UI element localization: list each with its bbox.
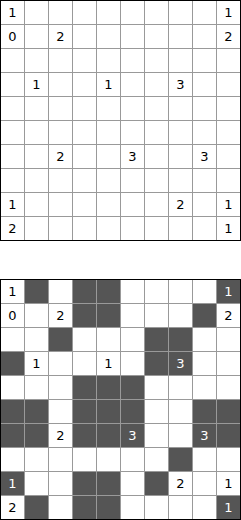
cell-r1c9[interactable]: 2 — [217, 25, 240, 49]
cell-r8c0[interactable]: 1 — [1, 193, 25, 217]
cell-r6c2[interactable]: 2 — [49, 145, 73, 169]
cell-r7c7[interactable] — [169, 169, 193, 193]
cell-r7c6[interactable] — [145, 448, 169, 472]
cell-r2c5[interactable] — [121, 328, 145, 352]
cell-r1c2[interactable]: 2 — [49, 304, 73, 328]
cell-r4c2[interactable] — [49, 376, 73, 400]
cell-r9c0[interactable]: 2 — [1, 496, 25, 519]
cell-r6c5[interactable]: 3 — [121, 424, 145, 448]
cell-r6c7[interactable] — [169, 145, 193, 169]
cell-r0c8[interactable] — [193, 280, 217, 304]
cell-r0c0[interactable]: 1 — [1, 1, 25, 25]
cell-r8c0[interactable]: 1 — [1, 472, 25, 496]
cell-r9c7[interactable] — [169, 217, 193, 240]
cell-r3c3[interactable] — [73, 73, 97, 97]
cell-r4c0[interactable] — [1, 376, 25, 400]
cell-r7c9[interactable] — [217, 169, 240, 193]
cell-r4c5[interactable] — [121, 376, 145, 400]
cell-r9c8[interactable] — [193, 217, 217, 240]
cell-r9c6[interactable] — [145, 217, 169, 240]
cell-r6c4[interactable] — [97, 145, 121, 169]
cell-r8c6[interactable] — [145, 472, 169, 496]
cell-r6c6[interactable] — [145, 424, 169, 448]
cell-r5c0[interactable] — [1, 400, 25, 424]
cell-r4c9[interactable] — [217, 376, 240, 400]
cell-r3c2[interactable] — [49, 352, 73, 376]
cell-r2c1[interactable] — [25, 49, 49, 73]
cell-r5c7[interactable] — [169, 400, 193, 424]
cell-r4c1[interactable] — [25, 97, 49, 121]
cell-r1c6[interactable] — [145, 304, 169, 328]
cell-r5c8[interactable] — [193, 400, 217, 424]
cell-r6c5[interactable]: 3 — [121, 145, 145, 169]
cell-r7c2[interactable] — [49, 448, 73, 472]
cell-r2c9[interactable] — [217, 49, 240, 73]
cell-r1c0[interactable]: 0 — [1, 304, 25, 328]
cell-r0c5[interactable] — [121, 1, 145, 25]
cell-r1c7[interactable] — [169, 25, 193, 49]
cell-r6c1[interactable] — [25, 145, 49, 169]
cell-r4c4[interactable] — [97, 97, 121, 121]
cell-r2c3[interactable] — [73, 49, 97, 73]
cell-r3c4[interactable]: 1 — [97, 73, 121, 97]
cell-r5c8[interactable] — [193, 121, 217, 145]
cell-r6c0[interactable] — [1, 424, 25, 448]
cell-r0c1[interactable] — [25, 1, 49, 25]
cell-r3c1[interactable]: 1 — [25, 352, 49, 376]
cell-r7c6[interactable] — [145, 169, 169, 193]
cell-r6c8[interactable]: 3 — [193, 145, 217, 169]
cell-r0c7[interactable] — [169, 280, 193, 304]
cell-r3c1[interactable]: 1 — [25, 73, 49, 97]
cell-r6c7[interactable] — [169, 424, 193, 448]
cell-r8c9[interactable]: 1 — [217, 193, 240, 217]
cell-r1c9[interactable]: 2 — [217, 304, 240, 328]
cell-r6c6[interactable] — [145, 145, 169, 169]
cell-r4c6[interactable] — [145, 97, 169, 121]
cell-r9c3[interactable] — [73, 217, 97, 240]
cell-r8c5[interactable] — [121, 472, 145, 496]
cell-r5c0[interactable] — [1, 121, 25, 145]
cell-r4c6[interactable] — [145, 376, 169, 400]
cell-r9c1[interactable] — [25, 217, 49, 240]
cell-r9c5[interactable] — [121, 217, 145, 240]
cell-r0c2[interactable] — [49, 1, 73, 25]
cell-r4c7[interactable] — [169, 376, 193, 400]
cell-r3c4[interactable]: 1 — [97, 352, 121, 376]
cell-r8c1[interactable] — [25, 193, 49, 217]
cell-r3c9[interactable] — [217, 352, 240, 376]
cell-r4c4[interactable] — [97, 376, 121, 400]
cell-r3c5[interactable] — [121, 352, 145, 376]
cell-r4c8[interactable] — [193, 376, 217, 400]
cell-r3c8[interactable] — [193, 73, 217, 97]
cell-r1c8[interactable] — [193, 25, 217, 49]
cell-r9c4[interactable] — [97, 217, 121, 240]
cell-r9c9[interactable]: 1 — [217, 217, 240, 240]
cell-r0c4[interactable] — [97, 1, 121, 25]
cell-r3c5[interactable] — [121, 73, 145, 97]
cell-r3c3[interactable] — [73, 352, 97, 376]
puzzle-page: 1102211323312121 1102211323312121 — [0, 0, 241, 520]
cell-r0c2[interactable] — [49, 280, 73, 304]
cell-r5c4[interactable] — [97, 400, 121, 424]
cell-r0c0[interactable]: 1 — [1, 280, 25, 304]
cell-r8c1[interactable] — [25, 472, 49, 496]
cell-r0c7[interactable] — [169, 1, 193, 25]
cell-r6c9[interactable] — [217, 424, 240, 448]
cell-r8c3[interactable] — [73, 193, 97, 217]
cell-r9c8[interactable] — [193, 496, 217, 519]
cell-r4c3[interactable] — [73, 376, 97, 400]
cell-r2c3[interactable] — [73, 328, 97, 352]
cell-r9c2[interactable] — [49, 217, 73, 240]
cell-r7c5[interactable] — [121, 448, 145, 472]
cell-r0c9[interactable]: 1 — [217, 1, 240, 25]
cell-r5c3[interactable] — [73, 121, 97, 145]
cell-r1c0[interactable]: 0 — [1, 25, 25, 49]
cell-r2c0[interactable] — [1, 328, 25, 352]
cell-r3c6[interactable] — [145, 73, 169, 97]
cell-r8c3[interactable] — [73, 472, 97, 496]
puzzle-board-solution: 1102211323312121 — [0, 279, 241, 520]
cell-r3c7[interactable]: 3 — [169, 352, 193, 376]
cell-r1c6[interactable] — [145, 25, 169, 49]
cell-r2c2[interactable] — [49, 49, 73, 73]
cell-r0c1[interactable] — [25, 280, 49, 304]
cell-r5c5[interactable] — [121, 121, 145, 145]
cell-r1c4[interactable] — [97, 304, 121, 328]
cell-r2c4[interactable] — [97, 328, 121, 352]
cell-r8c4[interactable] — [97, 472, 121, 496]
cell-r3c2[interactable] — [49, 73, 73, 97]
cell-r8c8[interactable] — [193, 472, 217, 496]
cell-r3c0[interactable] — [1, 73, 25, 97]
cell-r2c9[interactable] — [217, 328, 240, 352]
cell-r5c1[interactable] — [25, 400, 49, 424]
cell-r2c6[interactable] — [145, 328, 169, 352]
cell-r0c5[interactable] — [121, 280, 145, 304]
cell-r0c6[interactable] — [145, 1, 169, 25]
cell-r4c2[interactable] — [49, 97, 73, 121]
cell-r7c2[interactable] — [49, 169, 73, 193]
cell-r4c3[interactable] — [73, 97, 97, 121]
cell-r5c5[interactable] — [121, 400, 145, 424]
cell-r3c9[interactable] — [217, 73, 240, 97]
cell-r3c7[interactable]: 3 — [169, 73, 193, 97]
cell-r7c9[interactable] — [217, 448, 240, 472]
cell-r3c8[interactable] — [193, 352, 217, 376]
cell-r1c5[interactable] — [121, 304, 145, 328]
cell-r2c7[interactable] — [169, 49, 193, 73]
cell-r5c6[interactable] — [145, 121, 169, 145]
cell-r0c6[interactable] — [145, 280, 169, 304]
cell-r9c6[interactable] — [145, 496, 169, 519]
cell-r6c3[interactable] — [73, 424, 97, 448]
cell-r2c7[interactable] — [169, 328, 193, 352]
cell-r1c7[interactable] — [169, 304, 193, 328]
cell-r4c5[interactable] — [121, 97, 145, 121]
cell-r7c5[interactable] — [121, 169, 145, 193]
cell-r8c9[interactable]: 1 — [217, 472, 240, 496]
cell-r8c2[interactable] — [49, 193, 73, 217]
cell-r4c0[interactable] — [1, 97, 25, 121]
cell-r8c4[interactable] — [97, 193, 121, 217]
cell-r5c2[interactable] — [49, 400, 73, 424]
cell-r5c3[interactable] — [73, 400, 97, 424]
cell-r0c8[interactable] — [193, 1, 217, 25]
cell-r2c1[interactable] — [25, 328, 49, 352]
cell-r9c2[interactable] — [49, 496, 73, 519]
cell-r7c1[interactable] — [25, 169, 49, 193]
cell-r3c0[interactable] — [1, 352, 25, 376]
cell-r0c3[interactable] — [73, 1, 97, 25]
cell-r1c1[interactable] — [25, 25, 49, 49]
cell-r5c2[interactable] — [49, 121, 73, 145]
cell-r7c8[interactable] — [193, 169, 217, 193]
cell-r0c9[interactable]: 1 — [217, 280, 240, 304]
cell-r0c3[interactable] — [73, 280, 97, 304]
cell-r9c3[interactable] — [73, 496, 97, 519]
cell-r7c7[interactable] — [169, 448, 193, 472]
cell-r6c9[interactable] — [217, 145, 240, 169]
cell-r1c5[interactable] — [121, 25, 145, 49]
cell-r2c5[interactable] — [121, 49, 145, 73]
cell-r8c5[interactable] — [121, 193, 145, 217]
cell-r7c3[interactable] — [73, 448, 97, 472]
cell-r5c4[interactable] — [97, 121, 121, 145]
cell-r7c4[interactable] — [97, 169, 121, 193]
cell-r2c4[interactable] — [97, 49, 121, 73]
cell-r2c8[interactable] — [193, 328, 217, 352]
cell-r4c7[interactable] — [169, 97, 193, 121]
cell-r1c8[interactable] — [193, 304, 217, 328]
cell-r7c4[interactable] — [97, 448, 121, 472]
cell-r7c1[interactable] — [25, 448, 49, 472]
cell-r9c0[interactable]: 2 — [1, 217, 25, 240]
cell-r3c6[interactable] — [145, 352, 169, 376]
cell-r6c1[interactable] — [25, 424, 49, 448]
cell-r6c0[interactable] — [1, 145, 25, 169]
cell-r8c7[interactable]: 2 — [169, 472, 193, 496]
cell-r5c9[interactable] — [217, 400, 240, 424]
cell-r8c7[interactable]: 2 — [169, 193, 193, 217]
cell-r2c8[interactable] — [193, 49, 217, 73]
cell-r8c2[interactable] — [49, 472, 73, 496]
cell-r1c4[interactable] — [97, 25, 121, 49]
cell-r9c5[interactable] — [121, 496, 145, 519]
cell-r0c4[interactable] — [97, 280, 121, 304]
cell-r4c8[interactable] — [193, 97, 217, 121]
cell-r1c3[interactable] — [73, 304, 97, 328]
cell-r1c2[interactable]: 2 — [49, 25, 73, 49]
cell-r9c1[interactable] — [25, 496, 49, 519]
cell-r2c6[interactable] — [145, 49, 169, 73]
cell-r6c3[interactable] — [73, 145, 97, 169]
cell-r5c9[interactable] — [217, 121, 240, 145]
cell-r1c1[interactable] — [25, 304, 49, 328]
cell-r4c9[interactable] — [217, 97, 240, 121]
cell-r5c7[interactable] — [169, 121, 193, 145]
cell-r8c8[interactable] — [193, 193, 217, 217]
cell-r2c0[interactable] — [1, 49, 25, 73]
cell-r7c0[interactable] — [1, 448, 25, 472]
puzzle-board-clues: 1102211323312121 — [0, 0, 241, 241]
cell-r1c3[interactable] — [73, 25, 97, 49]
cell-r4c1[interactable] — [25, 376, 49, 400]
cell-r5c6[interactable] — [145, 400, 169, 424]
cell-r6c8[interactable]: 3 — [193, 424, 217, 448]
cell-r2c2[interactable] — [49, 328, 73, 352]
cell-r9c4[interactable] — [97, 496, 121, 519]
cell-r7c8[interactable] — [193, 448, 217, 472]
cell-r9c9[interactable]: 1 — [217, 496, 240, 519]
cell-r7c0[interactable] — [1, 169, 25, 193]
cell-r9c7[interactable] — [169, 496, 193, 519]
cell-r5c1[interactable] — [25, 121, 49, 145]
boards-gap — [0, 241, 241, 279]
cell-r8c6[interactable] — [145, 193, 169, 217]
cell-r6c4[interactable] — [97, 424, 121, 448]
cell-r6c2[interactable]: 2 — [49, 424, 73, 448]
cell-r7c3[interactable] — [73, 169, 97, 193]
